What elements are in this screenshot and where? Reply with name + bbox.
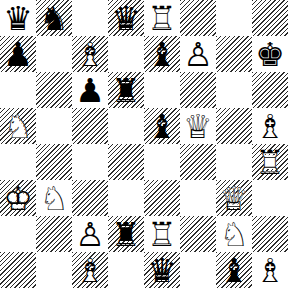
piece-wB-h1: ♗ <box>255 254 285 287</box>
piece-bK-h7: ♚ <box>255 38 285 71</box>
square-a1[interactable] <box>0 252 36 288</box>
square-b3[interactable]: ♘ <box>36 180 72 216</box>
square-d2[interactable]: ♜ <box>108 216 144 252</box>
piece-wN-g2: ♘ <box>219 218 249 251</box>
square-e5[interactable]: ♝ <box>144 108 180 144</box>
square-c1[interactable]: ♗ <box>72 252 108 288</box>
square-e2[interactable]: ♖ <box>144 216 180 252</box>
square-a7[interactable]: ♟ <box>0 36 36 72</box>
square-b7[interactable] <box>36 36 72 72</box>
piece-bR-d6: ♜ <box>111 74 141 107</box>
square-b2[interactable] <box>36 216 72 252</box>
square-b4[interactable] <box>36 144 72 180</box>
piece-bB-g1: ♝ <box>219 254 249 287</box>
square-a4[interactable] <box>0 144 36 180</box>
piece-wQ-g3: ♕ <box>219 182 249 215</box>
square-c4[interactable] <box>72 144 108 180</box>
square-g7[interactable] <box>216 36 252 72</box>
piece-wQ-f5: ♕ <box>183 110 213 143</box>
square-h2[interactable] <box>252 216 288 252</box>
square-a3[interactable]: ♔ <box>0 180 36 216</box>
square-h8[interactable] <box>252 0 288 36</box>
square-b1[interactable] <box>36 252 72 288</box>
square-a2[interactable] <box>0 216 36 252</box>
square-f3[interactable] <box>180 180 216 216</box>
square-g3[interactable]: ♕ <box>216 180 252 216</box>
piece-wN-a5: ♘ <box>3 110 33 143</box>
piece-bP-c6: ♟ <box>75 74 105 107</box>
piece-bQ-e1: ♛ <box>147 254 177 287</box>
square-e8[interactable]: ♖ <box>144 0 180 36</box>
square-e4[interactable] <box>144 144 180 180</box>
piece-bQ-d8: ♛ <box>111 2 141 35</box>
square-a5[interactable]: ♘ <box>0 108 36 144</box>
square-h6[interactable] <box>252 72 288 108</box>
square-b6[interactable] <box>36 72 72 108</box>
square-c8[interactable] <box>72 0 108 36</box>
piece-bB-e7: ♝ <box>147 38 177 71</box>
piece-wP-f7: ♙ <box>183 38 213 71</box>
square-h7[interactable]: ♚ <box>252 36 288 72</box>
square-f4[interactable] <box>180 144 216 180</box>
piece-bN-b8: ♞ <box>39 2 69 35</box>
square-e1[interactable]: ♛ <box>144 252 180 288</box>
square-g6[interactable] <box>216 72 252 108</box>
piece-wR-e8: ♖ <box>147 2 177 35</box>
square-h5[interactable]: ♗ <box>252 108 288 144</box>
piece-wB-h5: ♗ <box>255 110 285 143</box>
square-h1[interactable]: ♗ <box>252 252 288 288</box>
piece-bQ-a8: ♛ <box>3 2 33 35</box>
square-d3[interactable] <box>108 180 144 216</box>
piece-wK-a3: ♔ <box>3 182 33 215</box>
square-g8[interactable] <box>216 0 252 36</box>
square-c3[interactable] <box>72 180 108 216</box>
square-h3[interactable] <box>252 180 288 216</box>
square-f5[interactable]: ♕ <box>180 108 216 144</box>
square-c2[interactable]: ♙ <box>72 216 108 252</box>
square-e3[interactable] <box>144 180 180 216</box>
square-b8[interactable]: ♞ <box>36 0 72 36</box>
piece-wN-b3: ♘ <box>39 182 69 215</box>
square-c5[interactable] <box>72 108 108 144</box>
square-h4[interactable]: ♖ <box>252 144 288 180</box>
square-e6[interactable] <box>144 72 180 108</box>
square-g2[interactable]: ♘ <box>216 216 252 252</box>
square-f8[interactable] <box>180 0 216 36</box>
piece-wP-c2: ♙ <box>75 218 105 251</box>
square-f7[interactable]: ♙ <box>180 36 216 72</box>
square-c6[interactable]: ♟ <box>72 72 108 108</box>
square-b5[interactable] <box>36 108 72 144</box>
square-g4[interactable] <box>216 144 252 180</box>
chess-board: ♛♞♛♖♟♗♝♙♚♟♜♘♝♕♗♖♔♘♕♙♜♖♘♗♛♝♗ <box>0 0 288 288</box>
square-e7[interactable]: ♝ <box>144 36 180 72</box>
square-f6[interactable] <box>180 72 216 108</box>
square-d1[interactable] <box>108 252 144 288</box>
square-d7[interactable] <box>108 36 144 72</box>
piece-wR-e2: ♖ <box>147 218 177 251</box>
square-f1[interactable] <box>180 252 216 288</box>
square-d8[interactable]: ♛ <box>108 0 144 36</box>
square-d6[interactable]: ♜ <box>108 72 144 108</box>
piece-wB-c7: ♗ <box>75 38 105 71</box>
square-d5[interactable] <box>108 108 144 144</box>
piece-wR-h4: ♖ <box>255 146 285 179</box>
square-f2[interactable] <box>180 216 216 252</box>
square-a6[interactable] <box>0 72 36 108</box>
square-g5[interactable] <box>216 108 252 144</box>
square-g1[interactable]: ♝ <box>216 252 252 288</box>
piece-bB-e5: ♝ <box>147 110 177 143</box>
piece-bR-d2: ♜ <box>111 218 141 251</box>
piece-wB-c1: ♗ <box>75 254 105 287</box>
piece-bP-a7: ♟ <box>3 38 33 71</box>
square-d4[interactable] <box>108 144 144 180</box>
square-a8[interactable]: ♛ <box>0 0 36 36</box>
square-c7[interactable]: ♗ <box>72 36 108 72</box>
